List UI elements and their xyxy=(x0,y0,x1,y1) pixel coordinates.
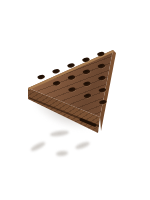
hole-cell-4-1[interactable] xyxy=(79,90,94,102)
scene xyxy=(0,0,150,200)
peg-body xyxy=(29,142,45,153)
hole-cell-2-3[interactable] xyxy=(78,66,93,78)
peg-neck xyxy=(48,131,67,135)
peg-head xyxy=(57,140,61,159)
peg[interactable] xyxy=(37,61,44,77)
peg-neck xyxy=(60,140,64,159)
peg[interactable] xyxy=(68,62,75,78)
peg[interactable] xyxy=(82,44,89,60)
hole-cell-2-2[interactable] xyxy=(63,72,78,84)
hole xyxy=(67,87,76,93)
hole xyxy=(81,69,90,75)
peg[interactable] xyxy=(99,86,106,102)
hole-cell-3-1[interactable] xyxy=(64,84,79,96)
hole-cell-2-1[interactable] xyxy=(48,77,63,89)
peg[interactable] xyxy=(53,67,60,83)
peg[interactable] xyxy=(83,80,90,96)
loose-peg-2[interactable] xyxy=(28,138,45,153)
hole-cell-1-4[interactable] xyxy=(78,54,93,66)
